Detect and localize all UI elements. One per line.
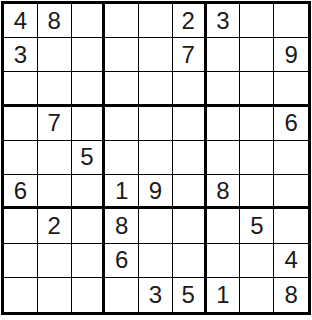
- cell-r3c3[interactable]: [72, 72, 106, 106]
- cell-r7c1[interactable]: [4, 209, 38, 243]
- given-digit: 3: [216, 9, 229, 33]
- cell-r7c3[interactable]: [72, 209, 106, 243]
- cell-r2c3[interactable]: [72, 38, 106, 72]
- cell-r8c3[interactable]: [72, 244, 106, 278]
- cell-r5c3[interactable]: 5: [72, 141, 106, 175]
- cell-r4c6[interactable]: [173, 107, 207, 141]
- given-digit: 2: [182, 9, 195, 33]
- cell-r6c4[interactable]: 1: [105, 175, 139, 209]
- cell-r7c8[interactable]: 5: [240, 209, 274, 243]
- cell-r2c5[interactable]: [139, 38, 173, 72]
- cell-r1c3[interactable]: [72, 4, 106, 38]
- cell-r7c9[interactable]: [274, 209, 308, 243]
- cell-r4c2[interactable]: 7: [38, 107, 72, 141]
- cell-r6c9[interactable]: [274, 175, 308, 209]
- given-digit: 3: [14, 43, 27, 67]
- cell-r4c5[interactable]: [139, 107, 173, 141]
- cell-r6c6[interactable]: [173, 175, 207, 209]
- cell-r9c9[interactable]: 8: [274, 278, 308, 312]
- cell-r2c2[interactable]: [38, 38, 72, 72]
- cell-r6c1[interactable]: 6: [4, 175, 38, 209]
- given-digit: 5: [182, 283, 195, 307]
- cell-r6c7[interactable]: 8: [207, 175, 241, 209]
- cell-r4c9[interactable]: 6: [274, 107, 308, 141]
- cell-r3c6[interactable]: [173, 72, 207, 106]
- cell-r9c2[interactable]: [38, 278, 72, 312]
- cell-r1c8[interactable]: [240, 4, 274, 38]
- cell-r1c1[interactable]: 4: [4, 4, 38, 38]
- cell-r6c8[interactable]: [240, 175, 274, 209]
- cell-r9c7[interactable]: 1: [207, 278, 241, 312]
- given-digit: 8: [115, 214, 128, 238]
- cell-r4c4[interactable]: [105, 107, 139, 141]
- cell-r2c7[interactable]: [207, 38, 241, 72]
- cell-r3c2[interactable]: [38, 72, 72, 106]
- cell-r8c5[interactable]: [139, 244, 173, 278]
- cell-r5c1[interactable]: [4, 141, 38, 175]
- cell-r4c1[interactable]: [4, 107, 38, 141]
- cell-r7c7[interactable]: [207, 209, 241, 243]
- cell-r9c1[interactable]: [4, 278, 38, 312]
- cell-r3c7[interactable]: [207, 72, 241, 106]
- cell-r3c1[interactable]: [4, 72, 38, 106]
- given-digit: 7: [182, 43, 195, 67]
- given-digit: 1: [216, 283, 229, 307]
- cell-r8c6[interactable]: [173, 244, 207, 278]
- cell-r3c8[interactable]: [240, 72, 274, 106]
- given-digit: 1: [115, 179, 128, 203]
- cell-r7c5[interactable]: [139, 209, 173, 243]
- cell-r2c8[interactable]: [240, 38, 274, 72]
- cell-r3c5[interactable]: [139, 72, 173, 106]
- cell-r9c5[interactable]: 3: [139, 278, 173, 312]
- cell-r6c5[interactable]: 9: [139, 175, 173, 209]
- given-digit: 8: [216, 179, 229, 203]
- cell-r5c7[interactable]: [207, 141, 241, 175]
- given-digit: 9: [149, 179, 162, 203]
- cell-r1c2[interactable]: 8: [38, 4, 72, 38]
- cell-r5c8[interactable]: [240, 141, 274, 175]
- cell-r8c1[interactable]: [4, 244, 38, 278]
- given-digit: 4: [284, 248, 297, 272]
- cell-r1c9[interactable]: [274, 4, 308, 38]
- given-digit: 6: [284, 111, 297, 135]
- given-digit: 8: [284, 283, 297, 307]
- given-digit: 6: [115, 248, 128, 272]
- given-digit: 8: [47, 9, 60, 33]
- given-digit: 5: [80, 145, 93, 169]
- sudoku-board: 48233797656198285643518: [1, 1, 311, 315]
- cell-r9c6[interactable]: 5: [173, 278, 207, 312]
- cell-r4c7[interactable]: [207, 107, 241, 141]
- cell-r7c2[interactable]: 2: [38, 209, 72, 243]
- given-digit: 6: [14, 179, 27, 203]
- cell-r8c2[interactable]: [38, 244, 72, 278]
- cell-r5c9[interactable]: [274, 141, 308, 175]
- cell-r3c4[interactable]: [105, 72, 139, 106]
- cell-r1c6[interactable]: 2: [173, 4, 207, 38]
- given-digit: 9: [284, 43, 297, 67]
- cell-r8c7[interactable]: [207, 244, 241, 278]
- given-digit: 4: [14, 9, 27, 33]
- cell-r5c4[interactable]: [105, 141, 139, 175]
- cell-r5c5[interactable]: [139, 141, 173, 175]
- cell-r8c4[interactable]: 6: [105, 244, 139, 278]
- given-digit: 2: [47, 214, 60, 238]
- given-digit: 7: [47, 111, 60, 135]
- cell-r7c4[interactable]: 8: [105, 209, 139, 243]
- cell-r2c6[interactable]: 7: [173, 38, 207, 72]
- cell-r1c7[interactable]: 3: [207, 4, 241, 38]
- cell-r4c3[interactable]: [72, 107, 106, 141]
- cell-r5c6[interactable]: [173, 141, 207, 175]
- cell-r1c5[interactable]: [139, 4, 173, 38]
- cell-r9c3[interactable]: [72, 278, 106, 312]
- cell-r5c2[interactable]: [38, 141, 72, 175]
- cell-r2c1[interactable]: 3: [4, 38, 38, 72]
- cell-r1c4[interactable]: [105, 4, 139, 38]
- cell-r3c9[interactable]: [274, 72, 308, 106]
- cell-r2c9[interactable]: 9: [274, 38, 308, 72]
- given-digit: 3: [149, 283, 162, 307]
- given-digit: 5: [250, 214, 263, 238]
- cell-r8c9[interactable]: 4: [274, 244, 308, 278]
- cell-r8c8[interactable]: [240, 244, 274, 278]
- cell-r7c6[interactable]: [173, 209, 207, 243]
- cell-r9c4[interactable]: [105, 278, 139, 312]
- cell-r4c8[interactable]: [240, 107, 274, 141]
- cell-r6c2[interactable]: [38, 175, 72, 209]
- cell-r2c4[interactable]: [105, 38, 139, 72]
- cell-r6c3[interactable]: [72, 175, 106, 209]
- cell-r9c8[interactable]: [240, 278, 274, 312]
